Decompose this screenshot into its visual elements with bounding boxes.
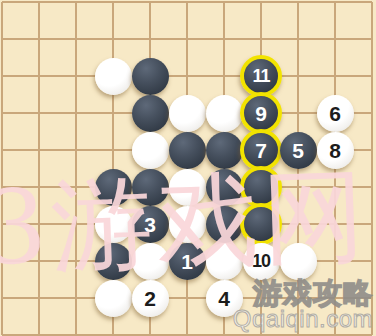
white-stone-move-2[interactable]: 2 (132, 280, 169, 317)
move-number: 2 (144, 288, 156, 309)
white-stone[interactable] (169, 206, 206, 243)
black-stone-move-5[interactable]: 5 (280, 132, 317, 169)
black-stone[interactable] (169, 132, 206, 169)
url-watermark: Qqaiqin.com (233, 305, 373, 333)
move-number: 5 (292, 140, 304, 161)
move-number: 9 (255, 103, 267, 124)
move-number: 8 (329, 140, 341, 161)
white-stone[interactable] (95, 280, 132, 317)
move-number: 6 (329, 103, 341, 124)
white-stone[interactable] (169, 95, 206, 132)
black-stone[interactable] (132, 169, 169, 206)
grid-line (297, 2, 299, 335)
white-stone-move-10[interactable]: 10 (243, 243, 280, 280)
grid-line (371, 2, 373, 335)
black-stone-win[interactable] (240, 166, 282, 208)
grid-line (75, 2, 77, 335)
white-stone[interactable] (206, 243, 243, 280)
black-stone[interactable] (95, 243, 132, 280)
black-stone-move-9-win[interactable]: 9 (240, 92, 282, 134)
white-stone[interactable] (280, 243, 317, 280)
black-stone-move-3[interactable]: 3 (132, 206, 169, 243)
black-stone[interactable] (206, 206, 243, 243)
move-number: 1 (181, 251, 193, 272)
gomoku-board[interactable]: 1196758311024 3游戏网 游戏攻略 Qqaiqin.com (0, 0, 376, 336)
grid-line (1, 2, 3, 335)
white-stone-move-4[interactable]: 4 (206, 280, 243, 317)
black-stone[interactable] (132, 95, 169, 132)
black-stone[interactable] (132, 58, 169, 95)
black-stone-win[interactable] (240, 203, 282, 245)
white-stone[interactable] (95, 58, 132, 95)
white-stone[interactable] (132, 243, 169, 280)
white-stone[interactable] (169, 169, 206, 206)
grid-line (2, 75, 372, 77)
grid-line (334, 2, 336, 335)
strategy-watermark: 游戏攻略 (253, 274, 373, 314)
grid-line (2, 297, 372, 299)
white-stone[interactable] (95, 206, 132, 243)
move-number: 7 (255, 140, 267, 161)
white-stone[interactable] (206, 95, 243, 132)
black-stone[interactable] (206, 132, 243, 169)
grid-line (38, 2, 40, 335)
move-number: 11 (252, 67, 269, 85)
black-stone-move-11-win[interactable]: 11 (240, 55, 282, 97)
black-stone[interactable] (206, 169, 243, 206)
grid-line (2, 1, 372, 3)
black-stone-move-1[interactable]: 1 (169, 243, 206, 280)
white-stone-move-8[interactable]: 8 (317, 132, 354, 169)
move-number: 10 (252, 252, 270, 270)
white-stone[interactable] (132, 132, 169, 169)
white-stone-move-6[interactable]: 6 (317, 95, 354, 132)
grid-line (2, 38, 372, 40)
black-stone-move-7-win[interactable]: 7 (240, 129, 282, 171)
move-number: 3 (144, 214, 156, 235)
move-number: 4 (218, 288, 230, 309)
black-stone[interactable] (95, 169, 132, 206)
